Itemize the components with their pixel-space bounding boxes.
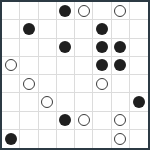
cell-r4c7[interactable] [112, 57, 130, 75]
black-pearl [96, 59, 108, 71]
cell-r2c2[interactable] [20, 20, 38, 38]
cell-r6c7[interactable] [112, 93, 130, 111]
black-pearl [5, 133, 17, 145]
black-pearl [59, 41, 71, 53]
cell-r4c5[interactable] [75, 57, 93, 75]
white-pearl [78, 114, 90, 126]
cell-r8c2[interactable] [20, 130, 38, 148]
cell-r5c7[interactable] [112, 75, 130, 93]
cell-r7c7[interactable] [112, 112, 130, 130]
cell-r8c3[interactable] [39, 130, 57, 148]
cell-r5c6[interactable] [93, 75, 111, 93]
cell-r7c4[interactable] [57, 112, 75, 130]
white-pearl [114, 133, 126, 145]
cell-r7c6[interactable] [93, 112, 111, 130]
cell-r1c8[interactable] [130, 2, 148, 20]
black-pearl [114, 41, 126, 53]
cell-r2c8[interactable] [130, 20, 148, 38]
cell-r8c1[interactable] [2, 130, 20, 148]
masyu-board [0, 0, 150, 150]
cell-r2c1[interactable] [2, 20, 20, 38]
white-pearl [96, 78, 108, 90]
cell-r1c7[interactable] [112, 2, 130, 20]
black-pearl [23, 23, 35, 35]
cell-r1c5[interactable] [75, 2, 93, 20]
cell-r7c3[interactable] [39, 112, 57, 130]
white-pearl [78, 5, 90, 17]
cell-r3c4[interactable] [57, 39, 75, 57]
cell-r2c4[interactable] [57, 20, 75, 38]
cell-r5c3[interactable] [39, 75, 57, 93]
cell-r5c2[interactable] [20, 75, 38, 93]
cell-r8c6[interactable] [93, 130, 111, 148]
black-pearl [114, 59, 126, 71]
black-pearl [96, 23, 108, 35]
cell-r2c7[interactable] [112, 20, 130, 38]
cell-r4c6[interactable] [93, 57, 111, 75]
cell-r8c4[interactable] [57, 130, 75, 148]
cell-r5c5[interactable] [75, 75, 93, 93]
cell-r3c3[interactable] [39, 39, 57, 57]
cell-r6c6[interactable] [93, 93, 111, 111]
cell-r6c8[interactable] [130, 93, 148, 111]
cell-r2c5[interactable] [75, 20, 93, 38]
white-pearl [23, 78, 35, 90]
cell-r2c3[interactable] [39, 20, 57, 38]
white-pearl [41, 96, 53, 108]
cell-r3c8[interactable] [130, 39, 148, 57]
cell-r6c1[interactable] [2, 93, 20, 111]
cell-r4c8[interactable] [130, 57, 148, 75]
cell-r4c2[interactable] [20, 57, 38, 75]
black-pearl [96, 41, 108, 53]
cell-r1c2[interactable] [20, 2, 38, 20]
cell-r7c8[interactable] [130, 112, 148, 130]
black-pearl [59, 114, 71, 126]
cell-r6c3[interactable] [39, 93, 57, 111]
cell-r1c1[interactable] [2, 2, 20, 20]
cell-r7c5[interactable] [75, 112, 93, 130]
black-pearl [133, 96, 145, 108]
cell-r5c8[interactable] [130, 75, 148, 93]
cell-r4c4[interactable] [57, 57, 75, 75]
cell-r6c5[interactable] [75, 93, 93, 111]
cell-r6c2[interactable] [20, 93, 38, 111]
cell-r3c7[interactable] [112, 39, 130, 57]
cell-r4c3[interactable] [39, 57, 57, 75]
cell-r1c6[interactable] [93, 2, 111, 20]
white-pearl [114, 114, 126, 126]
cell-r3c6[interactable] [93, 39, 111, 57]
cell-r1c3[interactable] [39, 2, 57, 20]
white-pearl [5, 59, 17, 71]
cell-r8c7[interactable] [112, 130, 130, 148]
cell-r8c5[interactable] [75, 130, 93, 148]
cell-r7c2[interactable] [20, 112, 38, 130]
black-pearl [59, 5, 71, 17]
cell-r3c5[interactable] [75, 39, 93, 57]
cell-r1c4[interactable] [57, 2, 75, 20]
cell-r7c1[interactable] [2, 112, 20, 130]
white-pearl [114, 5, 126, 17]
cell-r3c1[interactable] [2, 39, 20, 57]
cell-r4c1[interactable] [2, 57, 20, 75]
cell-r6c4[interactable] [57, 93, 75, 111]
cell-r2c6[interactable] [93, 20, 111, 38]
cell-r3c2[interactable] [20, 39, 38, 57]
cell-r8c8[interactable] [130, 130, 148, 148]
cell-r5c4[interactable] [57, 75, 75, 93]
cell-r5c1[interactable] [2, 75, 20, 93]
